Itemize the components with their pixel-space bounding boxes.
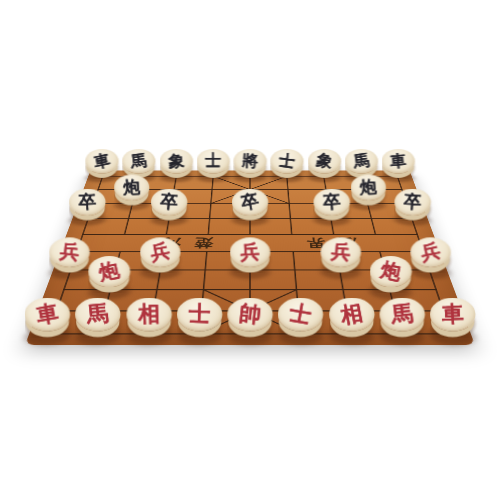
board-point[interactable]: 兵 [136,261,184,280]
board-point[interactable]: 兵 [316,261,364,280]
piece-face: 兵 [230,237,271,267]
board-point[interactable]: 將 [231,170,268,183]
piece-character: 相 [339,302,364,327]
board-point[interactable]: 炮 [346,196,389,211]
piece-character: 車 [35,302,60,327]
piece-face: 卒 [394,189,431,216]
board-point[interactable] [182,261,228,280]
piece-face: 卒 [69,189,106,216]
board-point[interactable] [350,211,394,226]
piece-face: 炮 [114,175,149,201]
piece-black-advisor[interactable]: 士 [270,149,303,179]
piece-face: 兵 [320,237,361,267]
piece-character: 卒 [403,193,422,212]
board-perspective: 楚河 漢界 車馬象士將士象馬車炮炮卒卒卒卒卒兵兵兵兵兵炮炮車馬相士帥士相馬車 [25,0,475,345]
board-point[interactable] [186,226,229,243]
piece-face: 相 [329,298,374,332]
piece-red-elephant[interactable]: 相 [329,298,374,339]
piece-face: 馬 [344,149,377,174]
piece-character: 車 [441,303,464,326]
board-point[interactable] [272,261,318,280]
piece-face: 兵 [49,237,90,267]
board-point[interactable]: 象 [157,170,196,183]
board-point[interactable] [269,183,308,197]
piece-face: 車 [382,149,415,174]
piece-black-general[interactable]: 將 [233,149,266,179]
piece-face: 士 [177,298,222,332]
board-point[interactable] [190,196,230,211]
piece-black-advisor[interactable]: 士 [196,149,229,179]
piece-character: 馬 [86,302,110,326]
piece-character: 兵 [240,242,260,262]
board-point[interactable] [192,183,231,197]
piece-character: 炮 [359,179,377,197]
board-point[interactable] [271,243,316,261]
board-point[interactable]: 馬 [373,322,429,346]
piece-face: 馬 [122,149,155,174]
piece-face: 象 [159,149,192,174]
piece-face: 帥 [227,298,272,332]
piece-character: 車 [92,152,111,171]
piece-face: 炮 [350,175,385,201]
piece-red-advisor[interactable]: 士 [177,298,222,339]
piece-black-chariot[interactable]: 車 [382,149,415,179]
piece-red-soldier[interactable]: 兵 [140,237,181,273]
piece-character: 卒 [240,192,261,213]
piece-red-elephant[interactable]: 相 [126,298,171,339]
board-point[interactable] [184,243,229,261]
piece-face: 士 [278,298,323,332]
piece-black-elephant[interactable]: 象 [307,149,340,179]
piece-face: 車 [85,149,118,174]
board-point[interactable] [106,211,150,226]
piece-face: 卒 [150,189,187,216]
board-point[interactable]: 相 [122,322,176,346]
piece-character: 車 [390,153,407,170]
board-point[interactable]: 車 [423,322,481,346]
piece-face: 車 [25,298,70,332]
piece-character: 炮 [379,259,403,283]
piece-face: 車 [430,298,475,332]
board-point[interactable]: 士 [268,170,306,183]
board-point[interactable]: 帥 [224,322,275,346]
piece-red-soldier[interactable]: 兵 [320,237,361,273]
piece-character: 象 [315,152,334,171]
piece-character: 相 [137,303,159,325]
piece-character: 卒 [322,193,341,212]
piece-character: 炮 [123,179,140,196]
piece-face: 卒 [232,189,269,216]
piece-black-soldier[interactable]: 卒 [232,189,269,222]
piece-red-soldier[interactable]: 兵 [230,237,271,273]
piece-black-soldier[interactable]: 卒 [394,189,431,222]
board-point[interactable]: 卒 [389,211,435,226]
board-point[interactable]: 象 [304,170,343,183]
board-point[interactable] [269,196,309,211]
board-point[interactable]: 兵 [227,261,273,280]
board-point[interactable]: 士 [173,322,225,346]
board-point[interactable]: 相 [324,322,378,346]
piece-character: 士 [278,152,296,170]
board-point[interactable] [188,211,230,226]
piece-character: 卒 [78,193,96,211]
piece-face: 炮 [369,256,411,287]
piece-red-chariot[interactable]: 車 [25,298,70,339]
piece-black-cannon[interactable]: 炮 [350,175,385,207]
piece-black-elephant[interactable]: 象 [159,149,192,179]
piece-character: 卒 [159,193,178,212]
board-point[interactable] [271,226,314,243]
piece-red-soldier[interactable]: 兵 [49,237,90,273]
piece-face: 兵 [410,237,451,267]
piece-character: 兵 [59,242,80,263]
board-point[interactable]: 卒 [310,211,353,226]
piece-character: 馬 [130,152,148,170]
piece-face: 將 [233,149,266,174]
xiangqi-board: 楚河 漢界 車馬象士將士象馬車炮炮卒卒卒卒卒兵兵兵兵兵炮炮車馬相士帥士相馬車 [25,170,475,345]
board-point[interactable]: 馬 [70,322,126,346]
piece-character: 炮 [98,259,122,283]
piece-face: 馬 [75,298,120,332]
piece-red-cannon[interactable]: 炮 [369,256,411,293]
piece-red-horse[interactable]: 馬 [379,298,424,339]
piece-black-soldier[interactable]: 卒 [69,189,106,222]
piece-character: 馬 [352,152,370,170]
piece-character: 士 [205,153,221,169]
piece-face: 馬 [379,298,424,332]
piece-face: 象 [307,149,340,174]
piece-character: 兵 [330,242,351,263]
board-point[interactable]: 卒 [147,211,190,226]
piece-character: 帥 [238,302,262,326]
piece-character: 兵 [148,241,171,264]
piece-face: 士 [270,149,303,174]
board-point[interactable]: 車 [19,322,77,346]
piece-character: 象 [167,153,184,170]
board-point[interactable]: 卒 [229,211,270,226]
piece-face: 卒 [313,189,350,216]
board-point[interactable]: 炮 [111,196,154,211]
product-photo: 楚河 漢界 車馬象士將士象馬車炮炮卒卒卒卒卒兵兵兵兵兵炮炮車馬相士帥士相馬車 [0,0,500,500]
piece-character: 兵 [419,241,442,264]
board-point[interactable]: 士 [275,322,327,346]
board-point[interactable] [270,211,312,226]
piece-face: 士 [196,149,229,174]
piece-character: 士 [288,302,313,327]
piece-black-soldier[interactable]: 卒 [313,189,350,222]
piece-red-chariot[interactable]: 車 [430,298,475,339]
board-point[interactable]: 士 [194,170,232,183]
board-point[interactable]: 兵 [404,261,455,280]
piece-character: 馬 [390,302,414,326]
piece-red-soldier[interactable]: 兵 [410,237,451,273]
piece-black-cannon[interactable]: 炮 [114,175,149,207]
piece-black-soldier[interactable]: 卒 [150,189,187,222]
piece-red-cannon[interactable]: 炮 [89,256,131,293]
piece-red-advisor[interactable]: 士 [278,298,323,339]
piece-face: 兵 [140,237,181,267]
board-grid: 車馬象士將士象馬車炮炮卒卒卒卒卒兵兵兵兵兵炮炮車馬相士帥士相馬車 [19,170,481,346]
piece-red-horse[interactable]: 馬 [75,298,120,339]
piece-face: 炮 [89,256,131,287]
piece-face: 相 [126,298,171,332]
piece-character: 將 [242,153,259,170]
board-point[interactable]: 卒 [65,211,111,226]
piece-red-general[interactable]: 帥 [227,298,272,339]
piece-character: 士 [188,303,210,325]
